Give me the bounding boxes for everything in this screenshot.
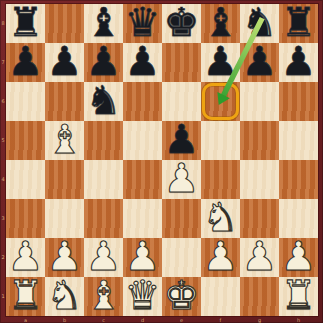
- square-b1[interactable]: ♞: [45, 277, 84, 316]
- square-g7[interactable]: ♟: [240, 43, 279, 82]
- rank-label-2: 2: [0, 255, 6, 260]
- square-d7[interactable]: ♟: [123, 43, 162, 82]
- piece-black-king[interactable]: ♚: [162, 3, 201, 42]
- piece-white-pawn[interactable]: ♟: [162, 159, 201, 198]
- file-label-h: h: [279, 317, 318, 323]
- square-d5[interactable]: [123, 121, 162, 160]
- square-c6[interactable]: ♞: [84, 82, 123, 121]
- piece-white-pawn[interactable]: ♟: [84, 237, 123, 276]
- square-c5[interactable]: [84, 121, 123, 160]
- rank-label-7: 7: [0, 60, 6, 65]
- square-h6[interactable]: [279, 82, 318, 121]
- square-d6[interactable]: [123, 82, 162, 121]
- rank-label-6: 6: [0, 99, 6, 104]
- square-h1[interactable]: ♜: [279, 277, 318, 316]
- square-g5[interactable]: [240, 121, 279, 160]
- square-f7[interactable]: ♟: [201, 43, 240, 82]
- rank-label-1: 1: [0, 294, 6, 299]
- chess-board: ♜♝♛♚♝♞♜♟♟♟♟♟♟♟♞♝♟♟♞♟♟♟♟♟♟♟♜♞♝♛♚♜: [6, 4, 318, 316]
- piece-white-pawn[interactable]: ♟: [45, 237, 84, 276]
- square-f1[interactable]: [201, 277, 240, 316]
- square-a1[interactable]: ♜: [6, 277, 45, 316]
- square-e8[interactable]: ♚: [162, 4, 201, 43]
- square-e1[interactable]: ♚: [162, 277, 201, 316]
- square-d4[interactable]: [123, 160, 162, 199]
- piece-white-rook[interactable]: ♜: [279, 276, 318, 315]
- piece-white-bishop[interactable]: ♝: [45, 120, 84, 159]
- piece-black-pawn[interactable]: ♟: [123, 42, 162, 81]
- piece-black-rook[interactable]: ♜: [279, 3, 318, 42]
- file-label-e: e: [162, 317, 201, 323]
- file-label-b: b: [45, 317, 84, 323]
- piece-black-knight[interactable]: ♞: [240, 3, 279, 42]
- piece-black-knight[interactable]: ♞: [84, 81, 123, 120]
- square-c1[interactable]: ♝: [84, 277, 123, 316]
- square-h5[interactable]: [279, 121, 318, 160]
- square-g2[interactable]: ♟: [240, 238, 279, 277]
- piece-black-rook[interactable]: ♜: [6, 3, 45, 42]
- piece-black-bishop[interactable]: ♝: [84, 3, 123, 42]
- square-c4[interactable]: [84, 160, 123, 199]
- square-a7[interactable]: ♟: [6, 43, 45, 82]
- square-h7[interactable]: ♟: [279, 43, 318, 82]
- square-b5[interactable]: ♝: [45, 121, 84, 160]
- square-b7[interactable]: ♟: [45, 43, 84, 82]
- piece-black-pawn[interactable]: ♟: [6, 42, 45, 81]
- piece-white-pawn[interactable]: ♟: [6, 237, 45, 276]
- piece-white-king[interactable]: ♚: [162, 276, 201, 315]
- piece-black-pawn[interactable]: ♟: [279, 42, 318, 81]
- piece-black-pawn[interactable]: ♟: [84, 42, 123, 81]
- file-label-c: c: [84, 317, 123, 323]
- square-f2[interactable]: ♟: [201, 238, 240, 277]
- square-a5[interactable]: [6, 121, 45, 160]
- piece-white-pawn[interactable]: ♟: [201, 237, 240, 276]
- square-a4[interactable]: [6, 160, 45, 199]
- square-g1[interactable]: [240, 277, 279, 316]
- piece-black-pawn[interactable]: ♟: [162, 120, 201, 159]
- rank-label-4: 4: [0, 177, 6, 182]
- piece-white-pawn[interactable]: ♟: [240, 237, 279, 276]
- square-h4[interactable]: [279, 160, 318, 199]
- piece-black-bishop[interactable]: ♝: [201, 3, 240, 42]
- piece-black-pawn[interactable]: ♟: [201, 42, 240, 81]
- rank-label-5: 5: [0, 138, 6, 143]
- square-f6[interactable]: [201, 82, 240, 121]
- square-e4[interactable]: ♟: [162, 160, 201, 199]
- piece-white-pawn[interactable]: ♟: [123, 237, 162, 276]
- file-label-g: g: [240, 317, 279, 323]
- square-b4[interactable]: [45, 160, 84, 199]
- rank-label-3: 3: [0, 216, 6, 221]
- file-label-f: f: [201, 317, 240, 323]
- piece-white-bishop[interactable]: ♝: [84, 276, 123, 315]
- piece-white-queen[interactable]: ♛: [123, 276, 162, 315]
- rank-label-8: 8: [0, 21, 6, 26]
- square-a6[interactable]: [6, 82, 45, 121]
- piece-black-queen[interactable]: ♛: [123, 3, 162, 42]
- piece-black-pawn[interactable]: ♟: [240, 42, 279, 81]
- piece-black-pawn[interactable]: ♟: [45, 42, 84, 81]
- file-label-a: a: [6, 317, 45, 323]
- square-d1[interactable]: ♛: [123, 277, 162, 316]
- piece-white-rook[interactable]: ♜: [6, 276, 45, 315]
- square-g4[interactable]: [240, 160, 279, 199]
- square-e7[interactable]: [162, 43, 201, 82]
- piece-white-pawn[interactable]: ♟: [279, 237, 318, 276]
- suggested-move-highlight: [202, 83, 239, 120]
- piece-white-knight[interactable]: ♞: [201, 198, 240, 237]
- chess-board-frame: ♜♝♛♚♝♞♜♟♟♟♟♟♟♟♞♝♟♟♞♟♟♟♟♟♟♟♜♞♝♛♚♜ 8765432…: [0, 0, 323, 323]
- square-f5[interactable]: [201, 121, 240, 160]
- file-label-d: d: [123, 317, 162, 323]
- square-e3[interactable]: [162, 199, 201, 238]
- square-g6[interactable]: [240, 82, 279, 121]
- piece-white-knight[interactable]: ♞: [45, 276, 84, 315]
